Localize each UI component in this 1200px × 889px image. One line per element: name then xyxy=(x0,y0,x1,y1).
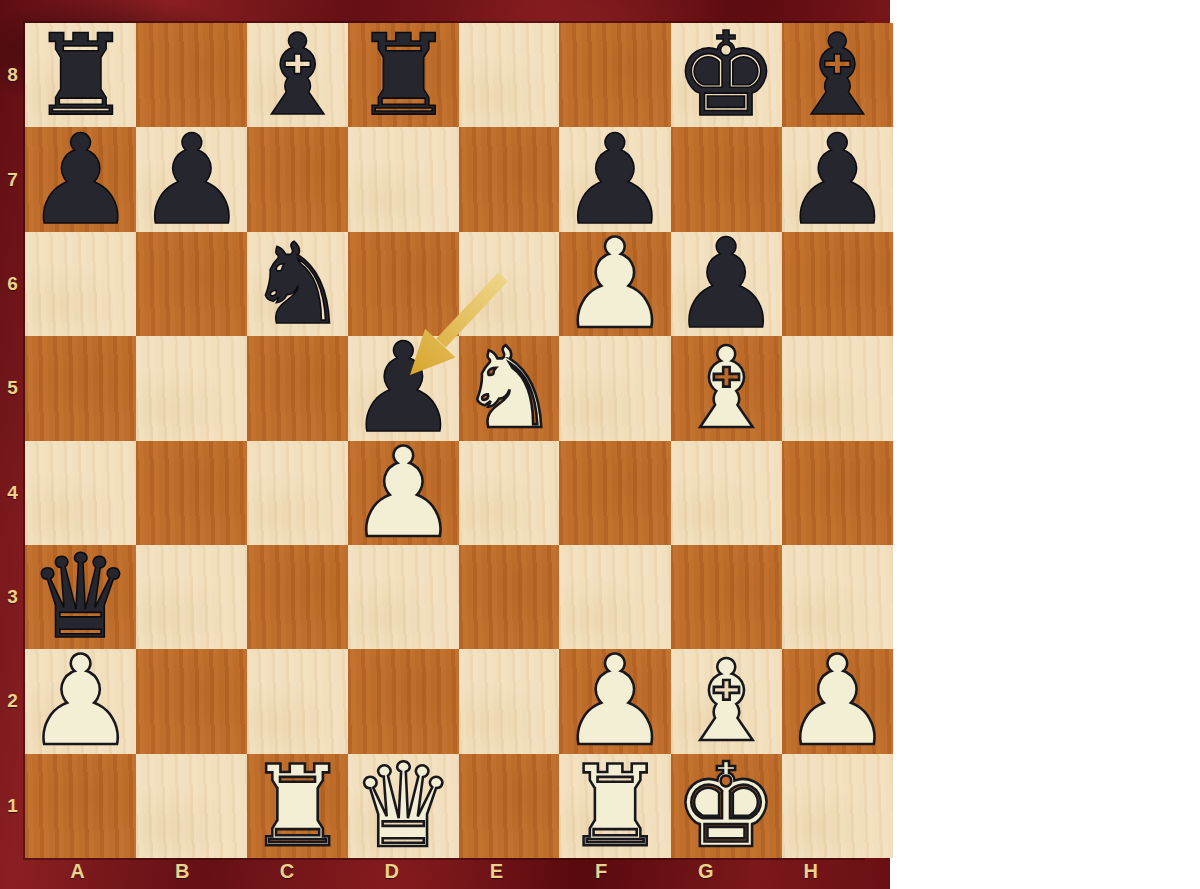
white-pawn-h2[interactable]: ♟ xyxy=(782,649,893,753)
square-g8[interactable]: ♚ xyxy=(671,23,782,127)
square-c4[interactable] xyxy=(247,441,347,545)
chess-board-frame: ♜♝♜♚♝♟♟♟♟♞♟♟♟♞♝♟♛♟♟♝♟♜♛♜♚ 87654321 ABCDE… xyxy=(0,0,890,889)
square-f6[interactable]: ♟ xyxy=(559,232,670,336)
rank-label-2: 2 xyxy=(0,690,25,712)
square-d4[interactable]: ♟ xyxy=(348,441,459,545)
black-knight-c6[interactable]: ♞ xyxy=(247,232,347,336)
square-g6[interactable]: ♟ xyxy=(671,232,782,336)
square-c2[interactable] xyxy=(247,649,347,753)
rank-label-6: 6 xyxy=(0,273,25,295)
rank-label-8: 8 xyxy=(0,64,25,86)
square-b5[interactable] xyxy=(136,336,247,440)
square-b7[interactable]: ♟ xyxy=(136,127,247,231)
square-h2[interactable]: ♟ xyxy=(782,649,893,753)
square-b2[interactable] xyxy=(136,649,247,753)
white-pawn-d4[interactable]: ♟ xyxy=(348,441,459,545)
square-c3[interactable] xyxy=(247,545,347,649)
square-f2[interactable]: ♟ xyxy=(559,649,670,753)
square-c6[interactable]: ♞ xyxy=(247,232,347,336)
square-e2[interactable] xyxy=(459,649,559,753)
rank-label-5: 5 xyxy=(0,377,25,399)
rank-label-4: 4 xyxy=(0,482,25,504)
square-f4[interactable] xyxy=(559,441,670,545)
square-a5[interactable] xyxy=(25,336,136,440)
square-c5[interactable] xyxy=(247,336,347,440)
white-king-g1[interactable]: ♚ xyxy=(674,754,778,858)
square-f1[interactable]: ♜ xyxy=(559,754,670,858)
square-g1[interactable]: ♚ xyxy=(671,754,782,858)
square-e1[interactable] xyxy=(459,754,559,858)
square-b1[interactable] xyxy=(136,754,247,858)
black-bishop-c8[interactable]: ♝ xyxy=(247,23,347,127)
square-e8[interactable] xyxy=(459,23,559,127)
chess-board: ♜♝♜♚♝♟♟♟♟♞♟♟♟♞♝♟♛♟♟♝♟♜♛♜♚ xyxy=(25,23,863,858)
square-e3[interactable] xyxy=(459,545,559,649)
screenshot-canvas: ♜♝♜♚♝♟♟♟♟♞♟♟♟♞♝♟♛♟♟♝♟♜♛♜♚ 87654321 ABCDE… xyxy=(0,0,1200,889)
square-e4[interactable] xyxy=(459,441,559,545)
rank-label-1: 1 xyxy=(0,795,25,817)
black-king-g8[interactable]: ♚ xyxy=(674,23,778,127)
file-label-e: E xyxy=(483,860,509,888)
square-d8[interactable]: ♜ xyxy=(348,23,459,127)
square-h7[interactable]: ♟ xyxy=(782,127,893,231)
square-h5[interactable] xyxy=(782,336,893,440)
square-b4[interactable] xyxy=(136,441,247,545)
white-knight-e5[interactable]: ♞ xyxy=(459,336,559,440)
rank-label-3: 3 xyxy=(0,586,25,608)
square-c1[interactable]: ♜ xyxy=(247,754,347,858)
white-pawn-f6[interactable]: ♟ xyxy=(559,232,670,336)
square-g5[interactable]: ♝ xyxy=(671,336,782,440)
square-c7[interactable] xyxy=(247,127,347,231)
white-rook-f1[interactable]: ♜ xyxy=(565,754,665,858)
white-queen-d1[interactable]: ♛ xyxy=(351,754,455,858)
black-pawn-b7[interactable]: ♟ xyxy=(136,128,247,232)
file-label-b: B xyxy=(169,860,195,888)
black-pawn-a7[interactable]: ♟ xyxy=(25,128,136,232)
black-pawn-g6[interactable]: ♟ xyxy=(671,232,782,336)
white-pawn-a2[interactable]: ♟ xyxy=(25,649,136,753)
square-g3[interactable] xyxy=(671,545,782,649)
square-b3[interactable] xyxy=(136,545,247,649)
square-a2[interactable]: ♟ xyxy=(25,649,136,753)
black-pawn-h7[interactable]: ♟ xyxy=(782,128,893,232)
square-d1[interactable]: ♛ xyxy=(348,754,459,858)
white-rook-c1[interactable]: ♜ xyxy=(247,754,347,858)
square-c8[interactable]: ♝ xyxy=(247,23,347,127)
square-h4[interactable] xyxy=(782,441,893,545)
white-pawn-f2[interactable]: ♟ xyxy=(559,649,670,753)
square-e6[interactable] xyxy=(459,232,559,336)
square-a7[interactable]: ♟ xyxy=(25,127,136,231)
square-e5[interactable]: ♞ xyxy=(459,336,559,440)
file-label-a: A xyxy=(64,860,90,888)
square-e7[interactable] xyxy=(459,127,559,231)
rank-label-7: 7 xyxy=(0,169,25,191)
file-label-h: H xyxy=(798,860,824,888)
white-bishop-g5[interactable]: ♝ xyxy=(676,336,776,440)
square-d7[interactable] xyxy=(348,127,459,231)
black-rook-d8[interactable]: ♜ xyxy=(353,23,453,127)
square-g4[interactable] xyxy=(671,441,782,545)
